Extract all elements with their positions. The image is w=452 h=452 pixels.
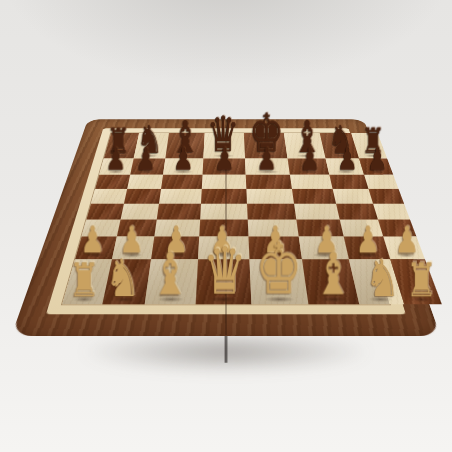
- square-h7[interactable]: ♟: [359, 159, 394, 175]
- piece-black-pawn-a7[interactable]: ♟: [106, 144, 127, 175]
- square-a5[interactable]: [91, 189, 128, 204]
- piece-white-king-e1[interactable]: ♚: [255, 234, 302, 304]
- square-f7[interactable]: ♟: [288, 159, 329, 175]
- piece-white-knight-b1[interactable]: ♞: [106, 252, 141, 304]
- piece-white-knight-g1[interactable]: ♞: [365, 252, 400, 304]
- piece-black-pawn-b7[interactable]: ♟: [136, 144, 157, 175]
- piece-white-rook-h1[interactable]: ♜: [405, 257, 436, 304]
- square-e5[interactable]: [246, 189, 294, 204]
- piece-white-bishop-f1[interactable]: ♝: [314, 245, 353, 303]
- square-b7[interactable]: ♟: [131, 159, 166, 175]
- square-d5[interactable]: [201, 189, 247, 204]
- square-g4[interactable]: [336, 204, 378, 220]
- square-b1[interactable]: ♞: [103, 259, 152, 304]
- square-d7[interactable]: ♟: [202, 159, 245, 175]
- square-a4[interactable]: [86, 204, 124, 220]
- piece-white-bishop-c1[interactable]: ♝: [151, 245, 190, 303]
- square-e1[interactable]: ♚: [249, 259, 309, 304]
- square-c4[interactable]: [157, 204, 201, 220]
- square-f1[interactable]: ♝: [302, 259, 359, 304]
- square-d4[interactable]: [200, 204, 247, 220]
- piece-black-pawn-h7[interactable]: ♟: [367, 144, 388, 175]
- piece-black-pawn-c7[interactable]: ♟: [173, 144, 194, 175]
- square-c5[interactable]: [159, 189, 201, 204]
- square-g1[interactable]: ♞: [349, 259, 404, 304]
- square-d6[interactable]: [202, 175, 247, 189]
- board-front-edge: [13, 336, 440, 363]
- square-h6[interactable]: [364, 175, 399, 189]
- square-b6[interactable]: [128, 175, 164, 189]
- square-e6[interactable]: [245, 175, 292, 189]
- square-a7[interactable]: ♟: [99, 159, 134, 175]
- chess-board: ♜♞♝♛♚♝♞♜♟♟♟♟♟♟♟♟♟♟♟♟♟♟♟♟♜♞♝♛♚♝♞♜: [11, 119, 440, 336]
- square-b5[interactable]: [124, 189, 161, 204]
- square-c1[interactable]: ♝: [145, 259, 198, 304]
- square-e7[interactable]: ♟: [245, 159, 290, 175]
- square-b4[interactable]: [121, 204, 159, 220]
- square-c7[interactable]: ♟: [163, 159, 203, 175]
- front-hinge-seam: [225, 336, 228, 363]
- square-f5[interactable]: [292, 189, 336, 204]
- square-a6[interactable]: [95, 175, 130, 189]
- square-f4[interactable]: [294, 204, 339, 220]
- square-e4[interactable]: [247, 204, 297, 220]
- photo-background: ♜♞♝♛♚♝♞♜♟♟♟♟♟♟♟♟♟♟♟♟♟♟♟♟♜♞♝♛♚♝♞♜: [0, 0, 452, 452]
- square-g7[interactable]: ♟: [325, 159, 363, 175]
- square-f6[interactable]: [290, 175, 332, 189]
- piece-black-pawn-g7[interactable]: ♟: [337, 144, 358, 175]
- piece-black-pawn-f7[interactable]: ♟: [299, 144, 320, 175]
- piece-black-pawn-e7[interactable]: ♟: [256, 144, 277, 175]
- square-h5[interactable]: [368, 189, 404, 204]
- square-c6[interactable]: [161, 175, 202, 189]
- square-g5[interactable]: [332, 189, 372, 204]
- board-grid: ♜♞♝♛♚♝♞♜♟♟♟♟♟♟♟♟♟♟♟♟♟♟♟♟♜♞♝♛♚♝♞♜: [62, 133, 389, 304]
- square-d1[interactable]: ♛: [195, 259, 251, 304]
- square-g6[interactable]: [329, 175, 368, 189]
- piece-black-pawn-d7[interactable]: ♟: [215, 144, 236, 175]
- square-h4[interactable]: [373, 204, 410, 220]
- piece-white-queen-d1[interactable]: ♛: [203, 239, 247, 304]
- piece-white-rook-a1[interactable]: ♜: [69, 257, 100, 304]
